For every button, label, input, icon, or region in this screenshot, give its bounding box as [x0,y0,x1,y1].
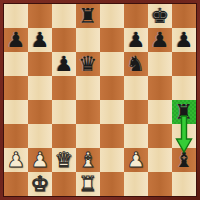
black-pawn[interactable]: ♟ [28,28,52,52]
square-f8[interactable] [124,4,148,28]
square-g1[interactable] [148,172,172,196]
square-a8[interactable] [4,4,28,28]
square-c8[interactable] [52,4,76,28]
black-knight[interactable]: ♞ [124,52,148,76]
black-rook[interactable]: ♜ [76,4,100,28]
black-pawn[interactable]: ♟ [172,28,196,52]
board-frame: ♜♚♟♟♟♟♟♟♛♞♜♟♟♛♝♟♝♚♜ [0,0,200,200]
square-a1[interactable] [4,172,28,196]
square-c4[interactable] [52,100,76,124]
chess-board: ♜♚♟♟♟♟♟♟♛♞♜♟♟♛♝♟♝♚♜ [4,4,196,196]
square-c6[interactable]: ♟ [52,52,76,76]
square-h3[interactable] [172,124,196,148]
square-b6[interactable] [28,52,52,76]
square-c7[interactable] [52,28,76,52]
square-e2[interactable] [100,148,124,172]
black-pawn[interactable]: ♟ [124,28,148,52]
square-a3[interactable] [4,124,28,148]
square-h6[interactable] [172,52,196,76]
square-d6[interactable]: ♛ [76,52,100,76]
white-pawn[interactable]: ♟ [28,148,52,172]
square-c2[interactable]: ♛ [52,148,76,172]
square-f1[interactable] [124,172,148,196]
square-b7[interactable]: ♟ [28,28,52,52]
square-d4[interactable] [76,100,100,124]
square-c5[interactable] [52,76,76,100]
square-b1[interactable]: ♚ [28,172,52,196]
square-h7[interactable]: ♟ [172,28,196,52]
square-g2[interactable] [148,148,172,172]
square-e4[interactable] [100,100,124,124]
black-pawn[interactable]: ♟ [4,28,28,52]
square-g4[interactable] [148,100,172,124]
square-h5[interactable] [172,76,196,100]
square-e5[interactable] [100,76,124,100]
square-f6[interactable]: ♞ [124,52,148,76]
black-king[interactable]: ♚ [148,4,172,28]
square-b2[interactable]: ♟ [28,148,52,172]
square-f2[interactable]: ♟ [124,148,148,172]
square-e1[interactable] [100,172,124,196]
square-f7[interactable]: ♟ [124,28,148,52]
white-bishop[interactable]: ♝ [76,148,100,172]
square-d7[interactable] [76,28,100,52]
square-g5[interactable] [148,76,172,100]
square-a2[interactable]: ♟ [4,148,28,172]
square-a7[interactable]: ♟ [4,28,28,52]
square-g8[interactable]: ♚ [148,4,172,28]
square-a6[interactable] [4,52,28,76]
square-g3[interactable] [148,124,172,148]
white-pawn[interactable]: ♟ [4,148,28,172]
white-rook[interactable]: ♜ [76,172,100,196]
black-pawn[interactable]: ♟ [52,52,76,76]
square-e7[interactable] [100,28,124,52]
square-g7[interactable]: ♟ [148,28,172,52]
square-h2[interactable]: ♝ [172,148,196,172]
black-queen[interactable]: ♛ [76,52,100,76]
square-h8[interactable] [172,4,196,28]
square-e3[interactable] [100,124,124,148]
square-f4[interactable] [124,100,148,124]
square-d8[interactable]: ♜ [76,4,100,28]
white-king[interactable]: ♚ [28,172,52,196]
square-b8[interactable] [28,4,52,28]
square-b3[interactable] [28,124,52,148]
square-a4[interactable] [4,100,28,124]
black-pawn[interactable]: ♟ [148,28,172,52]
square-h1[interactable] [172,172,196,196]
square-g6[interactable] [148,52,172,76]
square-b4[interactable] [28,100,52,124]
black-rook[interactable]: ♜ [172,100,196,124]
square-c1[interactable] [52,172,76,196]
square-e8[interactable] [100,4,124,28]
square-b5[interactable] [28,76,52,100]
square-d2[interactable]: ♝ [76,148,100,172]
white-pawn[interactable]: ♟ [124,148,148,172]
square-d1[interactable]: ♜ [76,172,100,196]
square-h4[interactable]: ♜ [172,100,196,124]
square-f3[interactable] [124,124,148,148]
square-e6[interactable] [100,52,124,76]
square-a5[interactable] [4,76,28,100]
square-c3[interactable] [52,124,76,148]
square-f5[interactable] [124,76,148,100]
white-queen[interactable]: ♛ [52,148,76,172]
square-d3[interactable] [76,124,100,148]
square-d5[interactable] [76,76,100,100]
black-bishop[interactable]: ♝ [172,148,196,172]
